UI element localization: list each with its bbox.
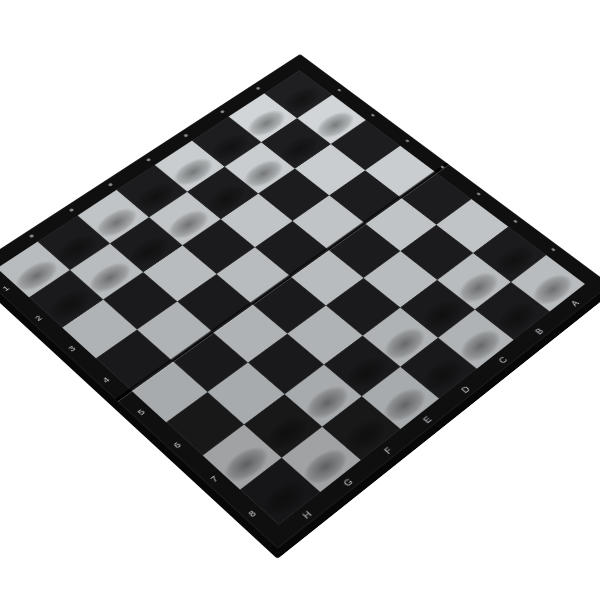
chess-board[interactable]: ♜♞♝♛♚♝♞♜♟♟♟♟♟♟♟♟♟♟♟♟♟♟♟♟♜♞♝♚♛♝♞♜ HGFEDCB… xyxy=(0,54,600,549)
silver-pawn-h2[interactable]: ♟ xyxy=(49,250,87,301)
silver-pawn-g2[interactable]: ♟ xyxy=(90,223,128,273)
product-photo-scene: ♜♞♝♛♚♝♞♜♟♟♟♟♟♟♟♟♟♟♟♟♟♟♟♟♜♞♝♚♛♝♞♜ HGFEDCB… xyxy=(0,0,600,600)
silver-pawn-d2[interactable]: ♟ xyxy=(207,146,243,194)
rivet-dot xyxy=(405,139,410,142)
board-frame: ♜♞♝♛♚♝♞♜♟♟♟♟♟♟♟♟♟♟♟♟♟♟♟♟♜♞♝♚♛♝♞♜ HGFEDCB… xyxy=(0,54,600,549)
silver-pawn-e2[interactable]: ♟ xyxy=(169,171,206,220)
silver-pawn-a2[interactable]: ♟ xyxy=(316,74,351,121)
rivet-dot xyxy=(476,192,481,196)
board-squares: ♜♞♝♛♚♝♞♜♟♟♟♟♟♟♟♟♟♟♟♟♟♟♟♟♜♞♝♚♛♝♞♜ xyxy=(0,70,585,524)
rivet-dot xyxy=(370,114,375,117)
silver-pawn-c2[interactable]: ♟ xyxy=(244,121,280,169)
silver-pawn-b2[interactable]: ♟ xyxy=(280,97,316,144)
gold-rook-h8[interactable]: ♜ xyxy=(259,430,307,493)
square-f4[interactable] xyxy=(177,274,251,332)
silver-pawn-f2[interactable]: ♟ xyxy=(130,197,167,246)
